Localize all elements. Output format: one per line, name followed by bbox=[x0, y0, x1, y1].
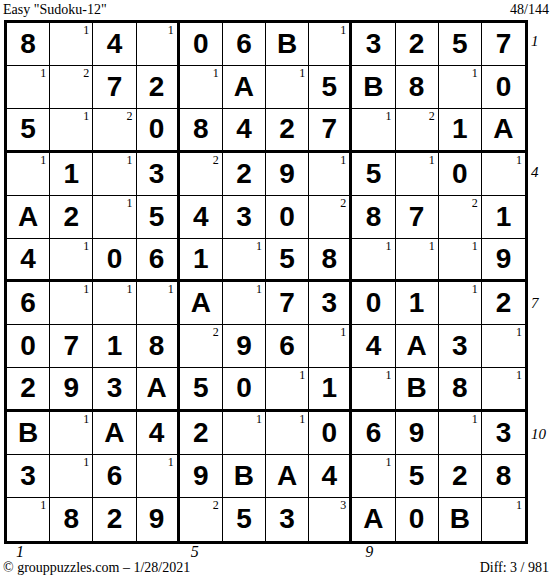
cell-value: A bbox=[191, 289, 211, 317]
pencil-mark: 1 bbox=[472, 412, 478, 426]
cell-value: 6 bbox=[107, 462, 123, 490]
cell-value: 8 bbox=[63, 505, 79, 533]
pencil-mark: 1 bbox=[168, 282, 174, 296]
page-header: Easy "Sudoku-12" 48/144 bbox=[3, 1, 549, 18]
pencil-mark: 1 bbox=[472, 66, 478, 80]
cell-value: 8 bbox=[20, 30, 36, 58]
cell-r10c3[interactable]: A bbox=[93, 412, 136, 455]
pencil-mark: 1 bbox=[429, 153, 435, 167]
cell-r6c9[interactable]: 1 bbox=[352, 239, 395, 282]
pencil-mark: 2 bbox=[340, 196, 346, 210]
row-marker-empty bbox=[531, 195, 551, 239]
cell-r5c2[interactable]: 2 bbox=[50, 196, 93, 239]
cell-r1c3[interactable]: 4 bbox=[93, 23, 136, 66]
row-marker-empty bbox=[531, 64, 551, 108]
pencil-mark: 1 bbox=[168, 23, 174, 37]
cell-r6c6[interactable]: 1 bbox=[223, 239, 266, 282]
cell-r8c4[interactable]: 8 bbox=[137, 325, 180, 368]
cell-r6c8[interactable]: 8 bbox=[309, 239, 352, 282]
pencil-mark: 1 bbox=[83, 239, 89, 253]
cell-r10c9[interactable]: 6 bbox=[352, 412, 395, 455]
cell-value: 6 bbox=[366, 419, 382, 447]
cell-r9c4[interactable]: A bbox=[137, 368, 180, 411]
row-marker-4: 4 bbox=[531, 151, 551, 195]
cell-value: A bbox=[277, 462, 297, 490]
cell-value: 2 bbox=[193, 419, 209, 447]
cell-r6c2[interactable]: 1 bbox=[50, 239, 93, 282]
cell-r10c7[interactable]: 1 bbox=[266, 412, 309, 455]
cell-r4c7[interactable]: 9 bbox=[266, 153, 309, 196]
cell-value: 9 bbox=[149, 505, 165, 533]
cell-value: 2 bbox=[107, 505, 123, 533]
cell-r8c3[interactable]: 1 bbox=[93, 325, 136, 368]
row-marker-empty bbox=[531, 326, 551, 370]
cell-value: A bbox=[363, 505, 383, 533]
cell-value: 9 bbox=[193, 462, 209, 490]
pencil-mark: 1 bbox=[83, 282, 89, 296]
cell-value: 3 bbox=[236, 203, 252, 231]
cell-value: 4 bbox=[107, 30, 123, 58]
cell-value: 3 bbox=[149, 160, 165, 188]
cell-value: 7 bbox=[409, 203, 425, 231]
cell-r9c2[interactable]: 9 bbox=[50, 368, 93, 411]
cell-r8c5[interactable]: 2 bbox=[180, 325, 223, 368]
pencil-mark: 1 bbox=[340, 153, 346, 167]
pencil-mark: 2 bbox=[127, 109, 133, 123]
cell-r4c5[interactable]: 2 bbox=[180, 153, 223, 196]
pencil-mark: 1 bbox=[386, 239, 392, 253]
cell-value: 2 bbox=[409, 30, 425, 58]
pencil-mark: 1 bbox=[256, 239, 262, 253]
cell-r12c12[interactable]: 1 bbox=[482, 498, 525, 541]
cell-r12c10[interactable]: 0 bbox=[396, 498, 439, 541]
cell-r12c4[interactable]: 9 bbox=[137, 498, 180, 541]
cell-r9c12[interactable]: 1 bbox=[482, 368, 525, 411]
pencil-mark: 1 bbox=[256, 282, 262, 296]
cell-value: 3 bbox=[321, 289, 337, 317]
cell-value: 7 bbox=[63, 332, 79, 360]
cell-r1c8[interactable]: 1 bbox=[309, 23, 352, 66]
cell-r9c6[interactable]: 0 bbox=[223, 368, 266, 411]
cell-r7c5[interactable]: A bbox=[180, 282, 223, 325]
cell-value: 4 bbox=[236, 115, 252, 143]
cell-r3c9[interactable]: 1 bbox=[352, 109, 395, 152]
cell-r2c10[interactable]: 8 bbox=[396, 66, 439, 109]
cell-r4c11[interactable]: 0 bbox=[439, 153, 482, 196]
cell-value: 8 bbox=[496, 462, 512, 490]
cell-value: 9 bbox=[63, 374, 79, 402]
cell-value: 2 bbox=[452, 462, 468, 490]
cell-r2c3[interactable]: 7 bbox=[93, 66, 136, 109]
cell-r1c6[interactable]: 6 bbox=[223, 23, 266, 66]
cell-value: 5 bbox=[366, 160, 382, 188]
cell-r11c11[interactable]: 2 bbox=[439, 455, 482, 498]
cell-value: 1 bbox=[193, 245, 209, 273]
cell-value: 4 bbox=[321, 462, 337, 490]
difficulty-text: Diff: 3 / 981 bbox=[480, 559, 549, 576]
cell-value: 3 bbox=[20, 462, 36, 490]
cell-value: 6 bbox=[20, 289, 36, 317]
cell-value: 3 bbox=[107, 374, 123, 402]
cell-value: 8 bbox=[321, 245, 337, 273]
cell-r1c5[interactable]: 0 bbox=[180, 23, 223, 66]
cell-r6c10[interactable]: 1 bbox=[396, 239, 439, 282]
cell-value: 2 bbox=[63, 203, 79, 231]
cell-r2c11[interactable]: 1 bbox=[439, 66, 482, 109]
sudoku-board: 814106B1325712721A15B81051208427121A1113… bbox=[4, 20, 528, 544]
cell-r10c4[interactable]: 4 bbox=[137, 412, 180, 455]
cell-value: 3 bbox=[496, 419, 512, 447]
cell-r2c9[interactable]: B bbox=[352, 66, 395, 109]
cell-value: 0 bbox=[107, 245, 123, 273]
cell-value: 2 bbox=[20, 374, 36, 402]
pencil-mark: 1 bbox=[127, 153, 133, 167]
cell-r8c6[interactable]: 9 bbox=[223, 325, 266, 368]
pencil-mark: 2 bbox=[213, 498, 219, 512]
cell-value: A bbox=[18, 203, 38, 231]
cell-value: 0 bbox=[452, 160, 468, 188]
cell-r5c5[interactable]: 4 bbox=[180, 196, 223, 239]
cell-r3c12[interactable]: A bbox=[482, 109, 525, 152]
cell-value: 9 bbox=[236, 332, 252, 360]
cell-r7c10[interactable]: 1 bbox=[396, 282, 439, 325]
cell-value: 4 bbox=[193, 203, 209, 231]
pencil-mark: 2 bbox=[83, 66, 89, 80]
cell-r8c8[interactable]: 1 bbox=[309, 325, 352, 368]
cell-value: 8 bbox=[452, 374, 468, 402]
cell-r6c3[interactable]: 0 bbox=[93, 239, 136, 282]
pencil-mark: 1 bbox=[340, 23, 346, 37]
cell-r1c7[interactable]: B bbox=[266, 23, 309, 66]
row-marker-empty bbox=[531, 500, 551, 544]
cell-r9c3[interactable]: 3 bbox=[93, 368, 136, 411]
cell-r5c6[interactable]: 3 bbox=[223, 196, 266, 239]
pencil-mark: 3 bbox=[340, 498, 346, 512]
cell-r9c8[interactable]: 1 bbox=[309, 368, 352, 411]
cell-r2c6[interactable]: A bbox=[223, 66, 266, 109]
cell-r7c3[interactable]: 1 bbox=[93, 282, 136, 325]
cell-r4c1[interactable]: 1 bbox=[7, 153, 50, 196]
cell-r2c5[interactable]: 1 bbox=[180, 66, 223, 109]
pencil-mark: 1 bbox=[83, 109, 89, 123]
cell-r4c8[interactable]: 1 bbox=[309, 153, 352, 196]
cell-value: B bbox=[234, 462, 254, 490]
cell-r3c1[interactable]: 5 bbox=[7, 109, 50, 152]
cell-r6c11[interactable]: 1 bbox=[439, 239, 482, 282]
cell-r6c5[interactable]: 1 bbox=[180, 239, 223, 282]
cell-value: 9 bbox=[279, 160, 295, 188]
cell-r9c10[interactable]: B bbox=[396, 368, 439, 411]
cell-r12c9[interactable]: A bbox=[352, 498, 395, 541]
row-marker-1: 1 bbox=[531, 20, 551, 64]
cell-r8c10[interactable]: A bbox=[396, 325, 439, 368]
pencil-mark: 1 bbox=[516, 325, 522, 339]
cell-r9c11[interactable]: 8 bbox=[439, 368, 482, 411]
copyright-text: © grouppuzzles.com – 1/28/2021 bbox=[3, 559, 190, 576]
cell-r3c10[interactable]: 2 bbox=[396, 109, 439, 152]
cell-r11c9[interactable]: 1 bbox=[352, 455, 395, 498]
cell-value: 6 bbox=[236, 30, 252, 58]
cell-value: 3 bbox=[279, 505, 295, 533]
cell-r5c10[interactable]: 7 bbox=[396, 196, 439, 239]
cell-r11c7[interactable]: A bbox=[266, 455, 309, 498]
cell-value: B bbox=[450, 505, 470, 533]
cell-value: 0 bbox=[149, 115, 165, 143]
row-marker-empty bbox=[531, 107, 551, 151]
pencil-mark: 1 bbox=[516, 153, 522, 167]
pencil-mark: 1 bbox=[127, 282, 133, 296]
cell-r10c8[interactable]: 0 bbox=[309, 412, 352, 455]
cell-value: 0 bbox=[496, 73, 512, 101]
row-marker-empty bbox=[531, 457, 551, 501]
pencil-mark: 1 bbox=[83, 455, 89, 469]
cell-r10c6[interactable]: 1 bbox=[223, 412, 266, 455]
cell-r2c1[interactable]: 1 bbox=[7, 66, 50, 109]
cell-value: 7 bbox=[321, 115, 337, 143]
cell-r4c12[interactable]: 1 bbox=[482, 153, 525, 196]
cell-r8c12[interactable]: 1 bbox=[482, 325, 525, 368]
cell-r12c3[interactable]: 2 bbox=[93, 498, 136, 541]
cell-value: 0 bbox=[193, 30, 209, 58]
cell-r7c12[interactable]: 2 bbox=[482, 282, 525, 325]
cell-r4c3[interactable]: 1 bbox=[93, 153, 136, 196]
cell-r1c12[interactable]: 7 bbox=[482, 23, 525, 66]
cell-r5c8[interactable]: 2 bbox=[309, 196, 352, 239]
cell-r12c6[interactable]: 5 bbox=[223, 498, 266, 541]
pencil-mark: 2 bbox=[429, 109, 435, 123]
cell-value: 7 bbox=[279, 289, 295, 317]
puzzle-counter: 48/144 bbox=[510, 1, 549, 18]
pencil-mark: 1 bbox=[472, 282, 478, 296]
cell-r2c7[interactable]: 1 bbox=[266, 66, 309, 109]
cell-value: 8 bbox=[193, 115, 209, 143]
cell-value: 4 bbox=[149, 419, 165, 447]
cell-value: 1 bbox=[107, 332, 123, 360]
pencil-mark: 1 bbox=[299, 368, 305, 382]
cell-r11c2[interactable]: 1 bbox=[50, 455, 93, 498]
cell-value: 4 bbox=[20, 245, 36, 273]
row-markers: 14710 bbox=[531, 20, 551, 544]
cell-r1c10[interactable]: 2 bbox=[396, 23, 439, 66]
cell-value: 2 bbox=[279, 115, 295, 143]
cell-r5c9[interactable]: 8 bbox=[352, 196, 395, 239]
cell-r12c11[interactable]: B bbox=[439, 498, 482, 541]
cell-value: A bbox=[234, 73, 254, 101]
pencil-mark: 2 bbox=[472, 196, 478, 210]
cell-value: 1 bbox=[452, 115, 468, 143]
cell-r2c8[interactable]: 5 bbox=[309, 66, 352, 109]
sudoku12-puzzle-page: Easy "Sudoku-12" 48/144 814106B132571272… bbox=[0, 0, 552, 578]
cell-value: 1 bbox=[321, 374, 337, 402]
cell-r3c6[interactable]: 4 bbox=[223, 109, 266, 152]
cell-r3c11[interactable]: 1 bbox=[439, 109, 482, 152]
cell-value: A bbox=[493, 115, 513, 143]
cell-r10c5[interactable]: 2 bbox=[180, 412, 223, 455]
cell-value: A bbox=[146, 374, 166, 402]
cell-r5c11[interactable]: 2 bbox=[439, 196, 482, 239]
cell-r7c11[interactable]: 1 bbox=[439, 282, 482, 325]
cell-value: 7 bbox=[496, 30, 512, 58]
cell-r10c11[interactable]: 1 bbox=[439, 412, 482, 455]
pencil-mark: 1 bbox=[40, 498, 46, 512]
cell-r5c1[interactable]: A bbox=[7, 196, 50, 239]
cell-r11c3[interactable]: 6 bbox=[93, 455, 136, 498]
cell-r11c6[interactable]: B bbox=[223, 455, 266, 498]
cell-value: B bbox=[363, 73, 383, 101]
cell-value: 5 bbox=[279, 245, 295, 273]
cell-r1c11[interactable]: 5 bbox=[439, 23, 482, 66]
cell-r3c2[interactable]: 1 bbox=[50, 109, 93, 152]
cell-r2c2[interactable]: 2 bbox=[50, 66, 93, 109]
cell-r3c5[interactable]: 8 bbox=[180, 109, 223, 152]
cell-value: 5 bbox=[321, 73, 337, 101]
cell-r6c12[interactable]: 9 bbox=[482, 239, 525, 282]
cell-r4c10[interactable]: 1 bbox=[396, 153, 439, 196]
cell-r12c7[interactable]: 3 bbox=[266, 498, 309, 541]
cell-r10c2[interactable]: 1 bbox=[50, 412, 93, 455]
cell-r8c11[interactable]: 3 bbox=[439, 325, 482, 368]
cell-value: 0 bbox=[409, 505, 425, 533]
pencil-mark: 1 bbox=[299, 66, 305, 80]
cell-r7c9[interactable]: 0 bbox=[352, 282, 395, 325]
cell-r4c4[interactable]: 3 bbox=[137, 153, 180, 196]
row-marker-empty bbox=[531, 238, 551, 282]
pencil-mark: 1 bbox=[168, 455, 174, 469]
pencil-mark: 1 bbox=[429, 239, 435, 253]
pencil-mark: 1 bbox=[340, 325, 346, 339]
cell-r9c7[interactable]: 1 bbox=[266, 368, 309, 411]
cell-r11c4[interactable]: 1 bbox=[137, 455, 180, 498]
cell-r5c12[interactable]: 1 bbox=[482, 196, 525, 239]
cell-r6c4[interactable]: 6 bbox=[137, 239, 180, 282]
cell-r9c5[interactable]: 5 bbox=[180, 368, 223, 411]
cell-r11c12[interactable]: 8 bbox=[482, 455, 525, 498]
cell-value: 4 bbox=[366, 332, 382, 360]
cell-value: 1 bbox=[496, 203, 512, 231]
cell-r5c3[interactable]: 1 bbox=[93, 196, 136, 239]
cell-r3c3[interactable]: 2 bbox=[93, 109, 136, 152]
cell-r12c5[interactable]: 2 bbox=[180, 498, 223, 541]
pencil-mark: 1 bbox=[386, 368, 392, 382]
cell-value: 2 bbox=[496, 289, 512, 317]
cell-r5c4[interactable]: 5 bbox=[137, 196, 180, 239]
cell-r8c2[interactable]: 7 bbox=[50, 325, 93, 368]
pencil-mark: 1 bbox=[386, 455, 392, 469]
cell-r8c7[interactable]: 6 bbox=[266, 325, 309, 368]
cell-value: 9 bbox=[496, 245, 512, 273]
cell-value: 0 bbox=[236, 374, 252, 402]
cell-value: 5 bbox=[236, 505, 252, 533]
page-footer: © grouppuzzles.com – 1/28/2021 Diff: 3 /… bbox=[3, 559, 549, 576]
pencil-mark: 1 bbox=[127, 196, 133, 210]
cell-r11c10[interactable]: 5 bbox=[396, 455, 439, 498]
row-marker-10: 10 bbox=[531, 413, 551, 457]
cell-value: 3 bbox=[452, 332, 468, 360]
pencil-mark: 1 bbox=[40, 153, 46, 167]
cell-r7c8[interactable]: 3 bbox=[309, 282, 352, 325]
row-marker-7: 7 bbox=[531, 282, 551, 326]
cell-value: 5 bbox=[452, 30, 468, 58]
cell-r6c1[interactable]: 4 bbox=[7, 239, 50, 282]
cell-r8c9[interactable]: 4 bbox=[352, 325, 395, 368]
cell-r8c1[interactable]: 0 bbox=[7, 325, 50, 368]
pencil-mark: 1 bbox=[299, 412, 305, 426]
cell-r3c7[interactable]: 2 bbox=[266, 109, 309, 152]
cell-value: 8 bbox=[366, 203, 382, 231]
cell-value: 7 bbox=[107, 73, 123, 101]
cell-value: 3 bbox=[366, 30, 382, 58]
cell-r1c9[interactable]: 3 bbox=[352, 23, 395, 66]
cell-r9c1[interactable]: 2 bbox=[7, 368, 50, 411]
cell-r12c8[interactable]: 3 bbox=[309, 498, 352, 541]
pencil-mark: 1 bbox=[472, 239, 478, 253]
cell-value: B bbox=[18, 419, 38, 447]
cell-r1c2[interactable]: 1 bbox=[50, 23, 93, 66]
pencil-mark: 2 bbox=[213, 325, 219, 339]
cell-r12c1[interactable]: 1 bbox=[7, 498, 50, 541]
cell-r1c4[interactable]: 1 bbox=[137, 23, 180, 66]
cell-r10c1[interactable]: B bbox=[7, 412, 50, 455]
cell-value: 5 bbox=[149, 203, 165, 231]
row-marker-empty bbox=[531, 369, 551, 413]
pencil-mark: 1 bbox=[516, 368, 522, 382]
cell-value: 6 bbox=[149, 245, 165, 273]
cell-r9c9[interactable]: 1 bbox=[352, 368, 395, 411]
pencil-mark: 1 bbox=[83, 412, 89, 426]
cell-r10c10[interactable]: 9 bbox=[396, 412, 439, 455]
cell-r4c6[interactable]: 2 bbox=[223, 153, 266, 196]
cell-r10c12[interactable]: 3 bbox=[482, 412, 525, 455]
cell-r11c5[interactable]: 9 bbox=[180, 455, 223, 498]
cell-r4c2[interactable]: 1 bbox=[50, 153, 93, 196]
cell-r7c1[interactable]: 6 bbox=[7, 282, 50, 325]
cell-r11c1[interactable]: 3 bbox=[7, 455, 50, 498]
cell-r3c8[interactable]: 7 bbox=[309, 109, 352, 152]
page-title: Easy "Sudoku-12" bbox=[3, 1, 107, 18]
cell-r5c7[interactable]: 0 bbox=[266, 196, 309, 239]
cell-r11c8[interactable]: 4 bbox=[309, 455, 352, 498]
cell-value: 6 bbox=[279, 332, 295, 360]
cell-value: 5 bbox=[193, 374, 209, 402]
cell-value: 5 bbox=[20, 115, 36, 143]
cell-r3c4[interactable]: 0 bbox=[137, 109, 180, 152]
cell-r2c12[interactable]: 0 bbox=[482, 66, 525, 109]
pencil-mark: 1 bbox=[516, 498, 522, 512]
cell-value: 0 bbox=[366, 289, 382, 317]
cell-r6c7[interactable]: 5 bbox=[266, 239, 309, 282]
pencil-mark: 1 bbox=[213, 66, 219, 80]
cell-value: 0 bbox=[321, 419, 337, 447]
pencil-mark: 1 bbox=[40, 66, 46, 80]
cell-r2c4[interactable]: 2 bbox=[137, 66, 180, 109]
cell-r4c9[interactable]: 5 bbox=[352, 153, 395, 196]
cell-value: 2 bbox=[236, 160, 252, 188]
cell-value: 8 bbox=[409, 73, 425, 101]
cell-r7c2[interactable]: 1 bbox=[50, 282, 93, 325]
pencil-mark: 1 bbox=[256, 412, 262, 426]
cell-value: 2 bbox=[149, 73, 165, 101]
cell-r12c2[interactable]: 8 bbox=[50, 498, 93, 541]
cell-r7c4[interactable]: 1 bbox=[137, 282, 180, 325]
cell-value: 8 bbox=[149, 332, 165, 360]
cell-value: A bbox=[406, 332, 426, 360]
cell-value: 1 bbox=[63, 160, 79, 188]
cell-value: B bbox=[277, 30, 297, 58]
pencil-mark: 1 bbox=[83, 23, 89, 37]
cell-r7c6[interactable]: 1 bbox=[223, 282, 266, 325]
cell-r1c1[interactable]: 8 bbox=[7, 23, 50, 66]
cell-r7c7[interactable]: 7 bbox=[266, 282, 309, 325]
